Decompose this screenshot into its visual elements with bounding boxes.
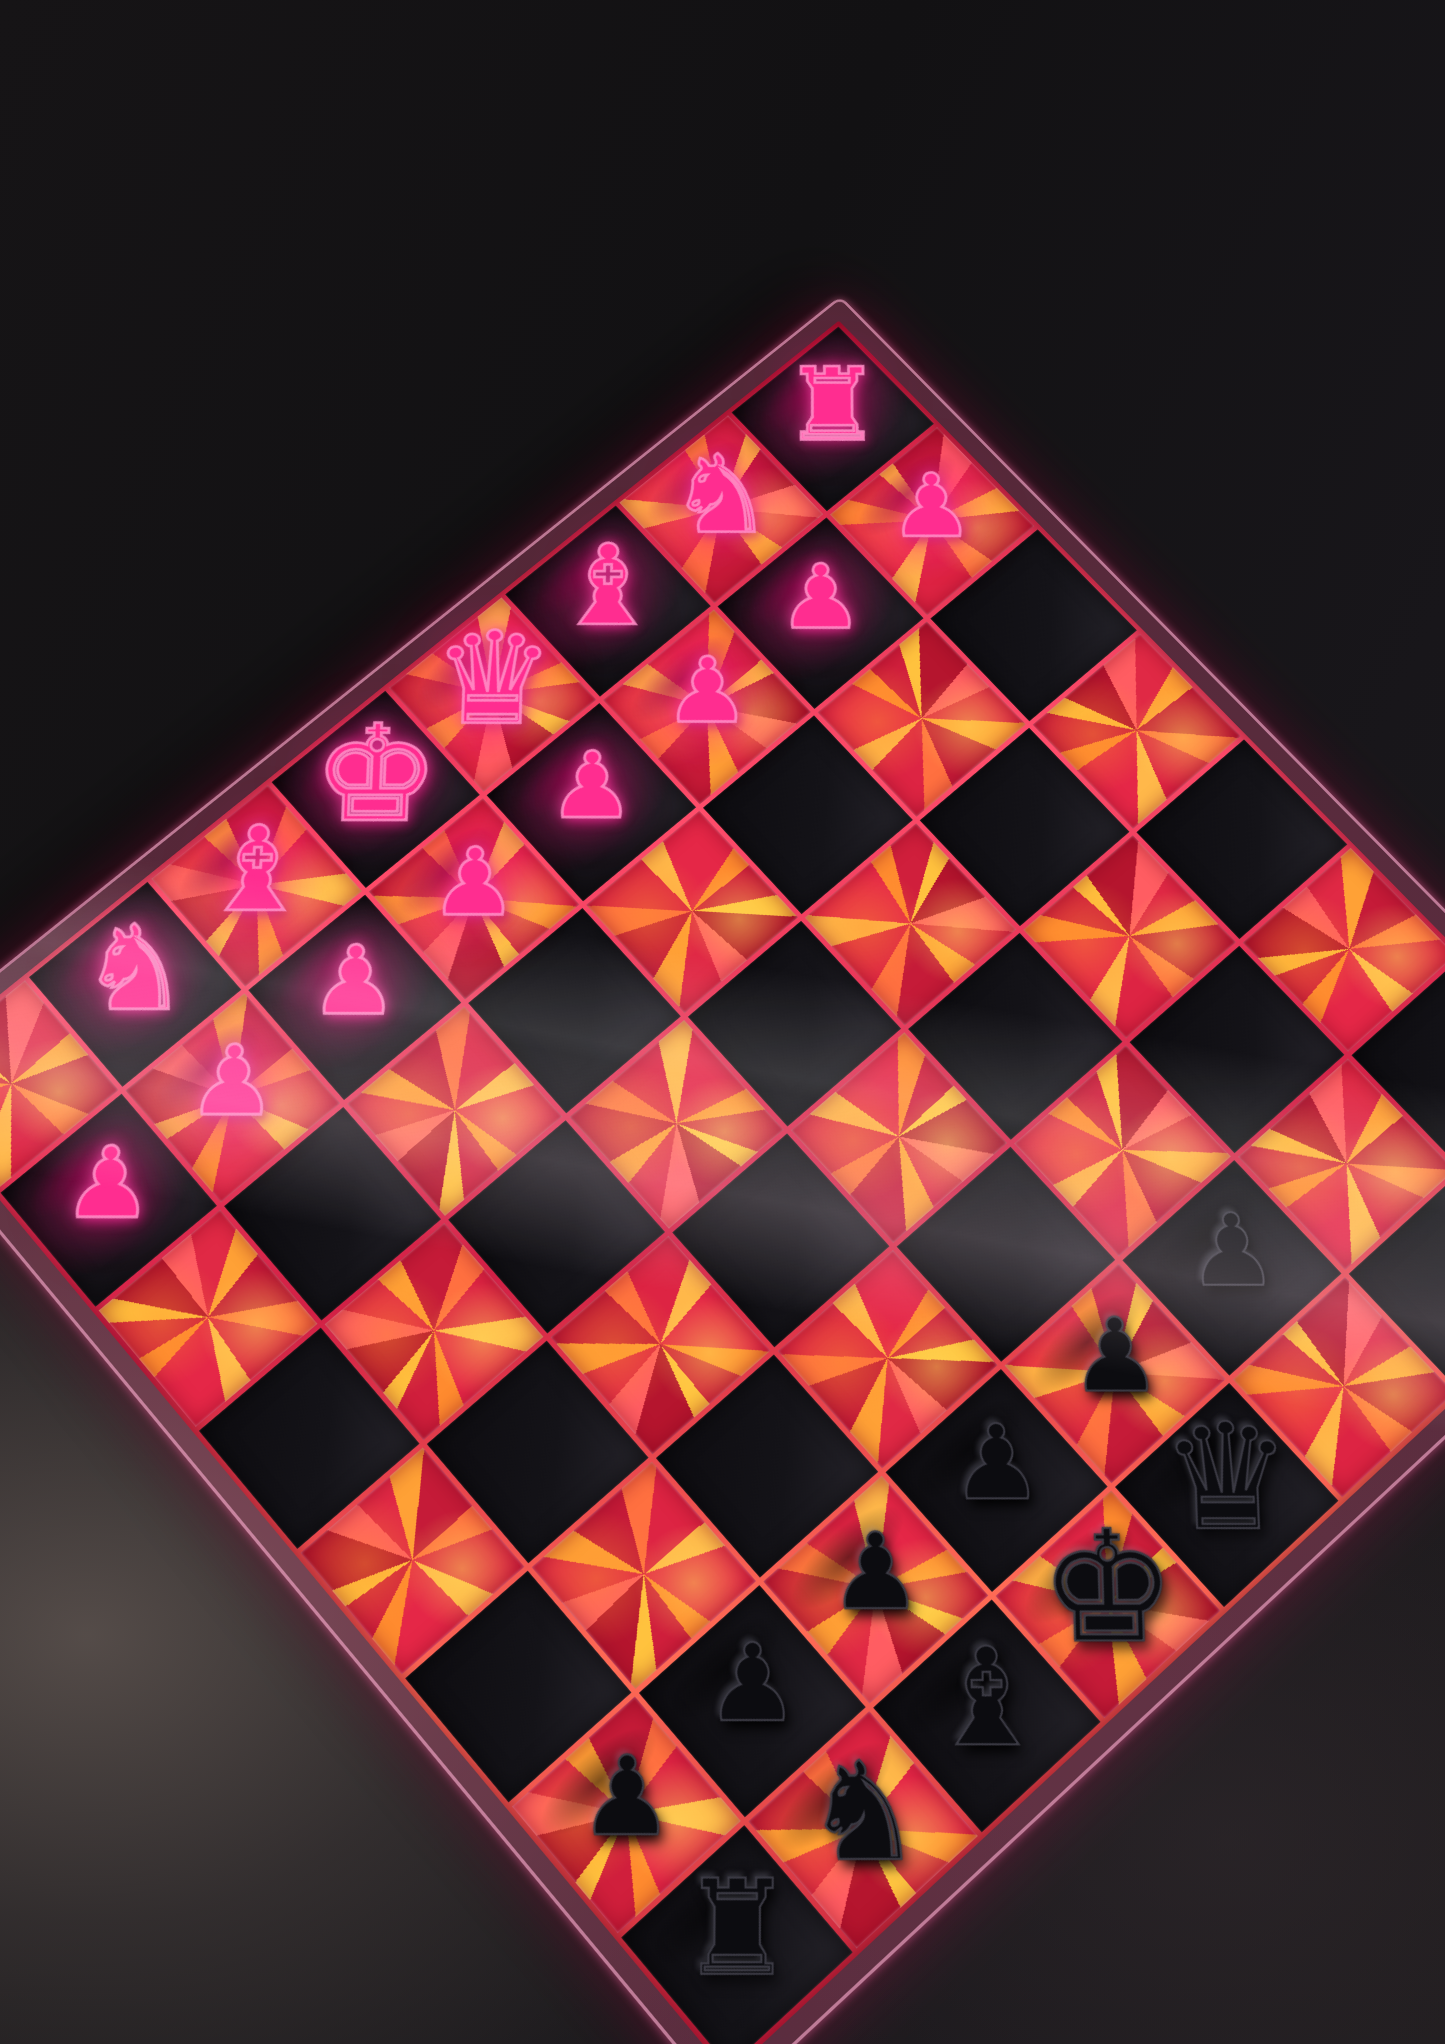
piece-glyph: ♟ bbox=[429, 836, 519, 929]
piece-glyph: ♝ bbox=[926, 1630, 1047, 1765]
piece-glyph: ♝ bbox=[199, 812, 315, 929]
piece-glyph: ♝ bbox=[553, 531, 662, 642]
chess-board: ♛♚♝♞♜♟♟♟♟♟♟♟♟♟♟♟♟♟♟♜♞♝♛♚♝♞ bbox=[0, 296, 1445, 2044]
piece-glyph: ♟ bbox=[186, 1033, 280, 1130]
piece-glyph: ♟ bbox=[705, 1630, 799, 1737]
piece-glyph: ♟ bbox=[778, 554, 864, 642]
piece-glyph: ♜ bbox=[680, 1862, 794, 1994]
piece-glyph: ♟ bbox=[664, 646, 751, 736]
piece-glyph: ♚ bbox=[1038, 1510, 1178, 1664]
scene-background: ♛♚♝♞♜♟♟♟♟♟♟♟♟♟♟♟♟♟♟♜♞♝♛♚♝♞ bbox=[0, 0, 1445, 2044]
piece-glyph: ♟ bbox=[61, 1134, 157, 1232]
piece-glyph: ♟ bbox=[950, 1412, 1044, 1515]
piece-glyph: ♞ bbox=[668, 441, 774, 549]
piece-glyph: ♞ bbox=[804, 1744, 923, 1880]
piece-glyph: ♚ bbox=[310, 707, 442, 840]
piece-glyph: ♛ bbox=[430, 616, 556, 744]
board-grid: ♛♚♝♞♜♟♟♟♟♟♟♟♟♟♟♟♟♟♟♜♞♝♛♚♝♞ bbox=[0, 321, 1445, 2044]
piece-glyph: ♟ bbox=[547, 741, 636, 833]
piece-glyph: ♛ bbox=[1158, 1404, 1295, 1551]
piece-glyph: ♟ bbox=[829, 1520, 923, 1625]
piece-glyph: ♟ bbox=[578, 1742, 674, 1851]
piece-glyph: ♟ bbox=[309, 934, 401, 1029]
piece-glyph: ♟ bbox=[1068, 1305, 1162, 1406]
piece-glyph: ♞ bbox=[77, 910, 193, 1027]
piece-glyph: ♜ bbox=[783, 354, 882, 455]
piece-glyph: ♟ bbox=[889, 463, 975, 550]
piece-glyph: ♟ bbox=[1185, 1201, 1279, 1301]
